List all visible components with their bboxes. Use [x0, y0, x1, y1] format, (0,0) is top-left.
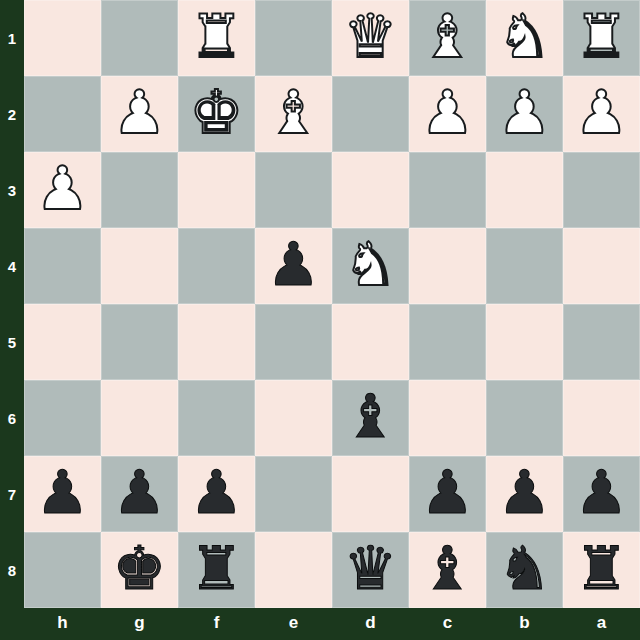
rank-label-6: 6 [0, 380, 24, 456]
file-label-b: b [486, 608, 563, 640]
square-d2[interactable] [332, 76, 409, 152]
square-c3[interactable] [409, 152, 486, 228]
black-rook[interactable]: ♜ [575, 538, 629, 598]
black-bishop[interactable]: ♝ [344, 386, 398, 446]
square-f6[interactable] [178, 380, 255, 456]
file-label-g: g [101, 608, 178, 640]
square-c7[interactable]: ♟ [409, 456, 486, 532]
square-g3[interactable] [101, 152, 178, 228]
white-pawn[interactable]: ♟ [113, 82, 167, 142]
rank-labels-gutter: 12345678 [0, 0, 24, 608]
square-g6[interactable] [101, 380, 178, 456]
file-label-f: f [178, 608, 255, 640]
square-h2[interactable] [24, 76, 101, 152]
black-rook[interactable]: ♜ [190, 538, 244, 598]
file-label-d: d [332, 608, 409, 640]
square-d7[interactable] [332, 456, 409, 532]
square-c6[interactable] [409, 380, 486, 456]
black-pawn[interactable]: ♟ [113, 462, 167, 522]
rank-label-8: 8 [0, 532, 24, 608]
square-g8[interactable]: ♚ [101, 532, 178, 608]
white-knight[interactable]: ♞ [498, 6, 552, 66]
square-e8[interactable] [255, 532, 332, 608]
black-bishop[interactable]: ♝ [421, 538, 475, 598]
white-pawn[interactable]: ♟ [421, 82, 475, 142]
square-b2[interactable]: ♟ [486, 76, 563, 152]
square-h8[interactable] [24, 532, 101, 608]
square-d6[interactable]: ♝ [332, 380, 409, 456]
square-c8[interactable]: ♝ [409, 532, 486, 608]
square-h4[interactable] [24, 228, 101, 304]
square-f4[interactable] [178, 228, 255, 304]
square-e1[interactable] [255, 0, 332, 76]
square-c5[interactable] [409, 304, 486, 380]
rank-label-1: 1 [0, 0, 24, 76]
square-h1[interactable] [24, 0, 101, 76]
file-label-a: a [563, 608, 640, 640]
chessboard-app: 12345678 ♜♛♝♞♜♟♚♝♟♟♟♟♟♞♝♟♟♟♟♟♟♚♜♛♝♞♜ hgf… [0, 0, 640, 640]
square-c1[interactable]: ♝ [409, 0, 486, 76]
rank-label-2: 2 [0, 76, 24, 152]
square-f7[interactable]: ♟ [178, 456, 255, 532]
square-e6[interactable] [255, 380, 332, 456]
square-a7[interactable]: ♟ [563, 456, 640, 532]
white-king[interactable]: ♚ [190, 82, 244, 142]
white-rook[interactable]: ♜ [575, 6, 629, 66]
white-pawn[interactable]: ♟ [498, 82, 552, 142]
square-a2[interactable]: ♟ [563, 76, 640, 152]
black-pawn[interactable]: ♟ [190, 462, 244, 522]
black-pawn[interactable]: ♟ [421, 462, 475, 522]
white-queen[interactable]: ♛ [344, 6, 398, 66]
rank-label-3: 3 [0, 152, 24, 228]
square-c2[interactable]: ♟ [409, 76, 486, 152]
file-label-h: h [24, 608, 101, 640]
black-pawn[interactable]: ♟ [498, 462, 552, 522]
square-a8[interactable]: ♜ [563, 532, 640, 608]
black-queen[interactable]: ♛ [344, 538, 398, 598]
square-e7[interactable] [255, 456, 332, 532]
square-f8[interactable]: ♜ [178, 532, 255, 608]
square-a3[interactable] [563, 152, 640, 228]
square-h3[interactable]: ♟ [24, 152, 101, 228]
square-h7[interactable]: ♟ [24, 456, 101, 532]
white-bishop[interactable]: ♝ [421, 6, 475, 66]
rank-label-5: 5 [0, 304, 24, 380]
square-e5[interactable] [255, 304, 332, 380]
rank-label-4: 4 [0, 228, 24, 304]
white-bishop[interactable]: ♝ [267, 82, 321, 142]
square-b3[interactable] [486, 152, 563, 228]
file-label-c: c [409, 608, 486, 640]
file-labels-gutter: hgfedcba [24, 608, 640, 640]
chess-board: ♜♛♝♞♜♟♚♝♟♟♟♟♟♞♝♟♟♟♟♟♟♚♜♛♝♞♜ [24, 0, 640, 608]
black-king[interactable]: ♚ [113, 538, 167, 598]
square-e2[interactable]: ♝ [255, 76, 332, 152]
black-pawn[interactable]: ♟ [36, 462, 90, 522]
white-knight[interactable]: ♞ [344, 234, 398, 294]
square-a4[interactable] [563, 228, 640, 304]
square-h5[interactable] [24, 304, 101, 380]
square-c4[interactable] [409, 228, 486, 304]
square-a1[interactable]: ♜ [563, 0, 640, 76]
square-e3[interactable] [255, 152, 332, 228]
square-b6[interactable] [486, 380, 563, 456]
square-d4[interactable]: ♞ [332, 228, 409, 304]
white-pawn[interactable]: ♟ [575, 82, 629, 142]
black-pawn[interactable]: ♟ [575, 462, 629, 522]
square-d1[interactable]: ♛ [332, 0, 409, 76]
square-a6[interactable] [563, 380, 640, 456]
white-rook[interactable]: ♜ [190, 6, 244, 66]
file-label-e: e [255, 608, 332, 640]
square-e4[interactable]: ♟ [255, 228, 332, 304]
square-g2[interactable]: ♟ [101, 76, 178, 152]
square-b1[interactable]: ♞ [486, 0, 563, 76]
square-b4[interactable] [486, 228, 563, 304]
rank-label-7: 7 [0, 456, 24, 532]
white-pawn[interactable]: ♟ [36, 158, 90, 218]
square-d8[interactable]: ♛ [332, 532, 409, 608]
square-f1[interactable]: ♜ [178, 0, 255, 76]
square-b8[interactable]: ♞ [486, 532, 563, 608]
square-g7[interactable]: ♟ [101, 456, 178, 532]
square-g5[interactable] [101, 304, 178, 380]
black-knight[interactable]: ♞ [498, 538, 552, 598]
black-pawn[interactable]: ♟ [267, 234, 321, 294]
square-d3[interactable] [332, 152, 409, 228]
square-h6[interactable] [24, 380, 101, 456]
square-b5[interactable] [486, 304, 563, 380]
square-g1[interactable] [101, 0, 178, 76]
square-f5[interactable] [178, 304, 255, 380]
square-f3[interactable] [178, 152, 255, 228]
square-a5[interactable] [563, 304, 640, 380]
square-f2[interactable]: ♚ [178, 76, 255, 152]
square-b7[interactable]: ♟ [486, 456, 563, 532]
square-g4[interactable] [101, 228, 178, 304]
square-d5[interactable] [332, 304, 409, 380]
